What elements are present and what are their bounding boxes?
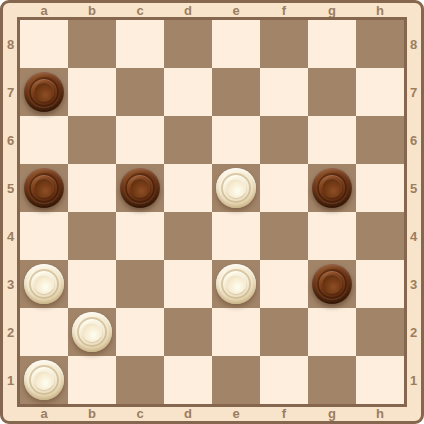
- square-b3[interactable]: [68, 260, 116, 308]
- square-g7[interactable]: [308, 68, 356, 116]
- file-labels-top: abcdefgh: [20, 4, 404, 17]
- piece-light-b2[interactable]: [72, 312, 112, 352]
- square-h6[interactable]: [356, 116, 404, 164]
- board-grid: [17, 17, 407, 407]
- square-f1[interactable]: [260, 356, 308, 404]
- coord-label: g: [308, 4, 356, 17]
- square-g3[interactable]: [308, 260, 356, 308]
- square-a4[interactable]: [20, 212, 68, 260]
- piece-dark-c5[interactable]: [120, 168, 160, 208]
- coord-label: 4: [407, 212, 420, 260]
- square-f6[interactable]: [260, 116, 308, 164]
- coord-label: f: [260, 4, 308, 17]
- piece-dark-g3[interactable]: [312, 264, 352, 304]
- square-f3[interactable]: [260, 260, 308, 308]
- square-d3[interactable]: [164, 260, 212, 308]
- square-g1[interactable]: [308, 356, 356, 404]
- coord-label: a: [20, 407, 68, 420]
- coord-label: 6: [407, 116, 420, 164]
- piece-dark-a5[interactable]: [24, 168, 64, 208]
- square-b5[interactable]: [68, 164, 116, 212]
- piece-light-e5[interactable]: [216, 168, 256, 208]
- coord-label: 2: [407, 308, 420, 356]
- square-h2[interactable]: [356, 308, 404, 356]
- file-labels-bottom: abcdefgh: [20, 407, 404, 420]
- coord-label: b: [68, 4, 116, 17]
- square-d8[interactable]: [164, 20, 212, 68]
- square-g6[interactable]: [308, 116, 356, 164]
- square-a3[interactable]: [20, 260, 68, 308]
- coord-label: 8: [4, 20, 17, 68]
- square-a1[interactable]: [20, 356, 68, 404]
- square-b1[interactable]: [68, 356, 116, 404]
- coord-label: 1: [4, 356, 17, 404]
- square-e4[interactable]: [212, 212, 260, 260]
- square-c5[interactable]: [116, 164, 164, 212]
- coord-label: 6: [4, 116, 17, 164]
- rank-labels-left: 87654321: [4, 20, 17, 404]
- square-c6[interactable]: [116, 116, 164, 164]
- square-f5[interactable]: [260, 164, 308, 212]
- square-g5[interactable]: [308, 164, 356, 212]
- coord-label: 7: [407, 68, 420, 116]
- square-e7[interactable]: [212, 68, 260, 116]
- square-e8[interactable]: [212, 20, 260, 68]
- coord-label: 1: [407, 356, 420, 404]
- piece-dark-g5[interactable]: [312, 168, 352, 208]
- square-d1[interactable]: [164, 356, 212, 404]
- square-h7[interactable]: [356, 68, 404, 116]
- square-f7[interactable]: [260, 68, 308, 116]
- coord-label: h: [356, 4, 404, 17]
- coord-label: c: [116, 4, 164, 17]
- checkers-board: abcdefgh abcdefgh 87654321 87654321: [0, 0, 424, 424]
- square-b8[interactable]: [68, 20, 116, 68]
- square-h5[interactable]: [356, 164, 404, 212]
- coord-label: d: [164, 4, 212, 17]
- square-g2[interactable]: [308, 308, 356, 356]
- rank-labels-right: 87654321: [407, 20, 420, 404]
- square-d7[interactable]: [164, 68, 212, 116]
- square-c4[interactable]: [116, 212, 164, 260]
- square-a5[interactable]: [20, 164, 68, 212]
- coord-label: 2: [4, 308, 17, 356]
- square-c7[interactable]: [116, 68, 164, 116]
- square-g8[interactable]: [308, 20, 356, 68]
- square-e6[interactable]: [212, 116, 260, 164]
- coord-label: 8: [407, 20, 420, 68]
- square-d4[interactable]: [164, 212, 212, 260]
- square-e1[interactable]: [212, 356, 260, 404]
- square-a6[interactable]: [20, 116, 68, 164]
- square-c3[interactable]: [116, 260, 164, 308]
- square-a2[interactable]: [20, 308, 68, 356]
- square-h8[interactable]: [356, 20, 404, 68]
- square-h1[interactable]: [356, 356, 404, 404]
- coord-label: e: [212, 407, 260, 420]
- square-c1[interactable]: [116, 356, 164, 404]
- square-d5[interactable]: [164, 164, 212, 212]
- square-f2[interactable]: [260, 308, 308, 356]
- piece-light-a1[interactable]: [24, 360, 64, 400]
- square-b7[interactable]: [68, 68, 116, 116]
- coord-label: a: [20, 4, 68, 17]
- square-e5[interactable]: [212, 164, 260, 212]
- coord-label: d: [164, 407, 212, 420]
- square-g4[interactable]: [308, 212, 356, 260]
- coord-label: 3: [4, 260, 17, 308]
- coord-label: 5: [407, 164, 420, 212]
- piece-dark-a7[interactable]: [24, 72, 64, 112]
- coord-label: 3: [407, 260, 420, 308]
- square-h3[interactable]: [356, 260, 404, 308]
- coord-label: 5: [4, 164, 17, 212]
- square-b4[interactable]: [68, 212, 116, 260]
- square-c8[interactable]: [116, 20, 164, 68]
- square-b2[interactable]: [68, 308, 116, 356]
- square-c2[interactable]: [116, 308, 164, 356]
- square-a8[interactable]: [20, 20, 68, 68]
- square-h4[interactable]: [356, 212, 404, 260]
- coord-label: c: [116, 407, 164, 420]
- coord-label: g: [308, 407, 356, 420]
- square-e2[interactable]: [212, 308, 260, 356]
- coord-label: f: [260, 407, 308, 420]
- coord-label: h: [356, 407, 404, 420]
- square-f4[interactable]: [260, 212, 308, 260]
- square-a7[interactable]: [20, 68, 68, 116]
- piece-light-e3[interactable]: [216, 264, 256, 304]
- square-f8[interactable]: [260, 20, 308, 68]
- piece-light-a3[interactable]: [24, 264, 64, 304]
- coord-label: 4: [4, 212, 17, 260]
- coord-label: 7: [4, 68, 17, 116]
- square-e3[interactable]: [212, 260, 260, 308]
- coord-label: e: [212, 4, 260, 17]
- square-d6[interactable]: [164, 116, 212, 164]
- square-d2[interactable]: [164, 308, 212, 356]
- coord-label: b: [68, 407, 116, 420]
- square-b6[interactable]: [68, 116, 116, 164]
